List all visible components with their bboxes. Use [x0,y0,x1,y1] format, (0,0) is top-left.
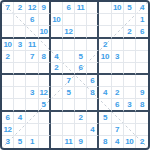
sudoku-cell[interactable] [87,2,99,14]
sudoku-cell[interactable]: 4 [112,136,124,148]
sudoku-cell[interactable] [124,51,136,63]
sudoku-cell[interactable] [51,2,63,14]
sudoku-cell[interactable] [39,124,51,136]
sudoku-cell[interactable] [136,112,148,124]
sudoku-cell[interactable]: 4 [136,2,148,14]
sudoku-cell[interactable] [51,39,63,51]
sudoku-cell[interactable] [112,75,124,87]
sudoku-cell[interactable] [87,112,99,124]
sudoku-cell[interactable] [136,75,148,87]
sudoku-cell[interactable] [112,39,124,51]
sudoku-cell[interactable] [26,124,38,136]
sudoku-cell[interactable]: 8 [99,136,111,148]
sudoku-cell[interactable] [75,124,87,136]
sudoku-cell[interactable] [14,63,26,75]
sudoku-cell[interactable]: 2 [99,39,111,51]
sudoku-cell[interactable] [26,26,38,38]
sudoku-cell[interactable] [136,124,148,136]
sudoku-cell[interactable] [63,112,75,124]
sudoku-cell[interactable] [26,99,38,111]
sudoku-grid: 7212961110546101101226103112278451032676… [2,2,148,148]
sudoku-cell[interactable] [87,136,99,148]
sudoku-cell[interactable] [124,112,136,124]
sudoku-cell[interactable] [124,63,136,75]
sudoku-cell[interactable] [51,26,63,38]
sudoku-cell[interactable] [26,75,38,87]
sudoku-cell[interactable]: 5 [124,2,136,14]
sudoku-cell[interactable] [39,14,51,26]
sudoku-cell[interactable] [112,14,124,26]
sudoku-cell[interactable] [51,75,63,87]
sudoku-cell[interactable]: 3 [26,87,38,99]
sudoku-cell[interactable] [124,14,136,26]
sudoku-cell[interactable]: 2 [14,2,26,14]
sudoku-cell[interactable] [26,112,38,124]
sudoku-cell[interactable] [51,112,63,124]
sudoku-cell[interactable] [124,39,136,51]
sudoku-cell[interactable] [14,14,26,26]
sudoku-cell[interactable] [2,87,14,99]
sudoku-cell[interactable] [39,112,51,124]
sudoku-cell[interactable]: 9 [75,136,87,148]
sudoku-cell[interactable]: 12 [63,26,75,38]
sudoku-cell[interactable] [112,26,124,38]
sudoku-cell[interactable] [2,99,14,111]
sudoku-cell[interactable] [87,63,99,75]
sudoku-cell[interactable] [39,75,51,87]
sudoku-cell[interactable] [14,75,26,87]
sudoku-cell[interactable] [87,51,99,63]
sudoku-cell[interactable]: 10 [2,39,14,51]
sudoku-cell[interactable] [63,51,75,63]
sudoku-cell[interactable] [14,26,26,38]
sudoku-cell[interactable] [75,99,87,111]
sudoku-cell[interactable]: 5 [99,112,111,124]
sudoku-cell[interactable]: 6 [75,63,87,75]
sudoku-cell[interactable]: 1 [26,136,38,148]
sudoku-cell[interactable] [75,87,87,99]
sudoku-cell[interactable] [112,112,124,124]
sudoku-cell[interactable]: 4 [99,87,111,99]
sudoku-cell[interactable]: 7 [26,51,38,63]
sudoku-cell[interactable]: 2 [136,136,148,148]
sudoku-cell[interactable]: 10 [112,2,124,14]
sudoku-cell[interactable]: 5 [39,99,51,111]
sudoku-cell[interactable] [51,136,63,148]
sudoku-board: 7212961110546101101226103112278451032676… [0,0,150,150]
sudoku-cell[interactable]: 12 [26,2,38,14]
sudoku-cell[interactable]: 3 [112,51,124,63]
sudoku-cell[interactable]: 7 [112,124,124,136]
sudoku-cell[interactable] [124,75,136,87]
sudoku-cell[interactable]: 3 [2,136,14,148]
sudoku-cell[interactable] [87,14,99,26]
sudoku-cell[interactable] [14,99,26,111]
sudoku-cell[interactable]: 8 [87,87,99,99]
sudoku-cell[interactable] [124,87,136,99]
sudoku-cell[interactable]: 6 [136,26,148,38]
sudoku-cell[interactable] [39,63,51,75]
sudoku-cell[interactable] [75,75,87,87]
sudoku-cell[interactable] [75,39,87,51]
sudoku-cell[interactable]: 5 [75,51,87,63]
sudoku-cell[interactable] [75,14,87,26]
sudoku-cell[interactable] [14,51,26,63]
sudoku-cell[interactable]: 6 [63,2,75,14]
sudoku-cell[interactable] [87,99,99,111]
sudoku-cell[interactable] [26,63,38,75]
sudoku-cell[interactable] [136,39,148,51]
sudoku-cell[interactable]: 9 [136,87,148,99]
sudoku-cell[interactable] [51,87,63,99]
sudoku-cell[interactable] [99,124,111,136]
sudoku-cell[interactable]: 6 [112,99,124,111]
sudoku-cell[interactable] [2,26,14,38]
sudoku-cell[interactable]: 3 [124,99,136,111]
sudoku-cell[interactable]: 8 [136,99,148,111]
sudoku-cell[interactable]: 4 [51,51,63,63]
sudoku-cell[interactable] [63,99,75,111]
sudoku-cell[interactable] [63,39,75,51]
sudoku-cell[interactable]: 10 [51,14,63,26]
sudoku-cell[interactable] [51,124,63,136]
sudoku-cell[interactable]: 11 [26,39,38,51]
sudoku-cell[interactable]: 12 [39,87,51,99]
sudoku-cell[interactable]: 5 [63,87,75,99]
sudoku-cell[interactable]: 4 [87,124,99,136]
sudoku-cell[interactable]: 2 [75,112,87,124]
sudoku-cell[interactable]: 8 [39,51,51,63]
sudoku-cell[interactable] [99,26,111,38]
sudoku-cell[interactable] [99,14,111,26]
sudoku-cell[interactable] [14,87,26,99]
sudoku-cell[interactable]: 6 [26,14,38,26]
sudoku-cell[interactable]: 2 [2,51,14,63]
sudoku-cell[interactable]: 1 [136,14,148,26]
sudoku-cell[interactable]: 4 [14,112,26,124]
sudoku-cell[interactable] [63,124,75,136]
sudoku-cell[interactable]: 9 [39,2,51,14]
sudoku-cell[interactable] [39,39,51,51]
sudoku-cell[interactable]: 10 [124,136,136,148]
sudoku-cell[interactable]: 10 [39,26,51,38]
sudoku-cell[interactable] [112,63,124,75]
sudoku-cell[interactable] [99,63,111,75]
sudoku-cell[interactable] [99,75,111,87]
sudoku-cell[interactable] [14,124,26,136]
sudoku-cell[interactable] [51,99,63,111]
sudoku-cell[interactable] [87,39,99,51]
sudoku-cell[interactable] [87,26,99,38]
sudoku-cell[interactable]: 2 [51,63,63,75]
sudoku-cell[interactable] [2,75,14,87]
sudoku-cell[interactable] [2,63,14,75]
sudoku-cell[interactable]: 10 [99,51,111,63]
sudoku-cell[interactable]: 12 [2,124,14,136]
sudoku-cell[interactable]: 2 [112,87,124,99]
sudoku-cell[interactable]: 3 [14,39,26,51]
sudoku-cell[interactable] [124,124,136,136]
sudoku-cell[interactable]: 2 [124,26,136,38]
sudoku-cell[interactable] [99,99,111,111]
sudoku-cell[interactable] [99,2,111,14]
sudoku-cell[interactable]: 7 [63,75,75,87]
sudoku-cell[interactable]: 11 [75,2,87,14]
sudoku-cell[interactable] [136,63,148,75]
sudoku-cell[interactable]: 6 [2,112,14,124]
sudoku-cell[interactable]: 6 [87,75,99,87]
sudoku-cell[interactable] [39,136,51,148]
sudoku-cell[interactable]: 7 [2,2,14,14]
sudoku-cell[interactable] [63,63,75,75]
sudoku-cell[interactable] [136,51,148,63]
sudoku-cell[interactable] [75,26,87,38]
sudoku-cell[interactable] [63,14,75,26]
sudoku-cell[interactable]: 5 [14,136,26,148]
sudoku-cell[interactable] [2,14,14,26]
sudoku-cell[interactable]: 11 [63,136,75,148]
